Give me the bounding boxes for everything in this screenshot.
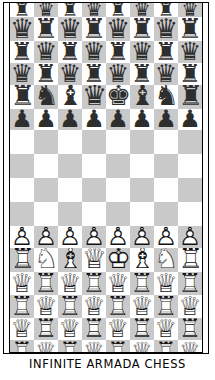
board-square [130,202,154,226]
board-square [58,178,82,202]
black-queen-piece: ♛ [82,85,106,109]
black-rook-piece: ♜ [178,17,202,41]
white-queen-piece: ♛♕ [34,295,58,318]
black-rook-piece: ♜ [58,41,82,63]
board-square: ♜ [10,85,34,109]
board-square: ♟ [82,109,106,130]
board-rank [10,202,202,226]
black-pawn-piece: ♟ [82,109,106,130]
board-square [106,154,130,178]
board-square: ♛♕ [82,340,106,352]
board-square [178,154,202,178]
board-square: ♜ [58,3,82,17]
board-square: ♜ [130,17,154,41]
board-square: ♛♕ [34,295,58,318]
white-rook-piece: ♜♖ [10,340,34,352]
board-square [58,154,82,178]
board-square: ♜♖ [10,295,34,318]
board-square [10,154,34,178]
board-square [154,154,178,178]
black-knight-piece: ♞ [154,85,178,109]
white-rook-piece: ♜♖ [178,318,202,340]
board-square: ♛♕ [178,295,202,318]
board-rank [10,178,202,202]
white-rook-piece: ♜♖ [130,318,154,340]
board-rank: ♜♛♜♛♜♛♜♛ [10,3,202,17]
board-square: ♛♕ [82,295,106,318]
board-square: ♟ [154,109,178,130]
board-square [178,178,202,202]
board-square: ♝♗ [58,248,82,272]
board-square [130,154,154,178]
board-square: ♜♖ [130,318,154,340]
board-square: ♟♙ [130,226,154,248]
black-rook-piece: ♜ [106,3,130,17]
board-square [178,130,202,154]
board-square: ♜ [178,85,202,109]
black-rook-piece: ♜ [178,85,202,109]
board-square [154,202,178,226]
white-queen-piece: ♛♕ [154,272,178,295]
black-rook-piece: ♜ [58,3,82,17]
white-rook-piece: ♜♖ [34,318,58,340]
board-square: ♝♗ [130,248,154,272]
white-rook-piece: ♜♖ [82,318,106,340]
white-rook-piece: ♜♖ [58,340,82,352]
black-pawn-piece: ♟ [154,109,178,130]
board-square [34,154,58,178]
white-pawn-piece: ♟♙ [82,226,106,248]
white-queen-piece: ♛♕ [34,340,58,352]
black-queen-piece: ♛ [154,63,178,85]
board-rank: ♜♖♛♕♜♖♛♕♜♖♛♕♜♖♛♕ [10,295,202,318]
white-pawn-piece: ♟♙ [106,226,130,248]
board-rank: ♛♕♜♖♛♕♜♖♛♕♜♖♛♕♜♖ [10,318,202,340]
white-pawn-piece: ♟♙ [34,226,58,248]
board-square: ♛♕ [106,272,130,295]
board-square: ♛ [130,3,154,17]
board-square [82,202,106,226]
white-queen-piece: ♛♕ [130,295,154,318]
board-square: ♜ [106,3,130,17]
black-rook-piece: ♜ [10,85,34,109]
board-square: ♟♙ [154,226,178,248]
board-square: ♟ [58,109,82,130]
board-square [34,202,58,226]
white-queen-piece: ♛♕ [82,295,106,318]
board-square: ♛ [58,63,82,85]
black-rook-piece: ♜ [10,41,34,63]
board-square: ♛♕ [154,272,178,295]
board-square [106,130,130,154]
black-rook-piece: ♜ [82,17,106,41]
board-square: ♛ [82,85,106,109]
black-queen-piece: ♛ [130,3,154,17]
board-square: ♜ [130,63,154,85]
board-square: ♛ [154,17,178,41]
black-queen-piece: ♛ [10,63,34,85]
white-queen-piece: ♛♕ [130,340,154,352]
board-square: ♟ [10,109,34,130]
white-knight-piece: ♞♘ [154,248,178,272]
white-rook-piece: ♜♖ [106,340,130,352]
board-square: ♛♕ [82,248,106,272]
board-square: ♝ [58,85,82,109]
board-square [106,178,130,202]
board-rank: ♛♜♛♜♛♜♛♜ [10,63,202,85]
white-pawn-piece: ♟♙ [154,226,178,248]
board-square: ♟♙ [82,226,106,248]
board-square: ♜ [58,41,82,63]
board-square: ♛ [178,3,202,17]
board-square: ♛♕ [58,272,82,295]
board-square: ♜♖ [58,340,82,352]
board-square: ♛♕ [130,295,154,318]
board-square: ♛ [58,17,82,41]
comic-panel: ♜♛♜♛♜♛♜♛♛♜♛♜♛♜♛♜♜♛♜♛♜♛♜♛♛♜♛♜♛♜♛♜♜♞♝♛♚♝♞♜… [3,2,209,354]
board-square [154,130,178,154]
board-square [34,130,58,154]
board-rank: ♟♙♟♙♟♙♟♙♟♙♟♙♟♙♟♙ [10,226,202,248]
board-square: ♜♖ [106,340,130,352]
board-rank: ♟♟♟♟♟♟♟♟ [10,109,202,130]
black-queen-piece: ♛ [178,41,202,63]
board-square: ♛♕ [10,272,34,295]
board-square: ♜♖ [130,272,154,295]
board-square: ♜♖ [82,318,106,340]
board-square: ♜ [34,17,58,41]
board-rank: ♛♜♛♜♛♜♛♜ [10,17,202,41]
board-square: ♜ [10,3,34,17]
board-square: ♛♕ [106,318,130,340]
board-square: ♜♖ [178,318,202,340]
board-square [10,202,34,226]
board-square: ♜♖ [154,340,178,352]
black-rook-piece: ♜ [130,17,154,41]
board-square [58,130,82,154]
board-square: ♜ [82,17,106,41]
white-king-piece: ♚♔ [106,248,130,272]
board-rank: ♜♞♝♛♚♝♞♜ [10,85,202,109]
board-square: ♟♙ [58,226,82,248]
board-rank [10,130,202,154]
black-pawn-piece: ♟ [130,109,154,130]
board-square: ♛ [82,3,106,17]
board-square: ♟ [34,109,58,130]
comic-caption: INFINITE ARMADA CHESS [0,357,215,379]
board-square: ♟ [178,109,202,130]
board-square: ♛ [82,41,106,63]
board-square: ♜♖ [34,318,58,340]
board-square: ♜♖ [34,272,58,295]
white-bishop-piece: ♝♗ [130,248,154,272]
white-rook-piece: ♜♖ [178,248,202,272]
board-square: ♚ [106,85,130,109]
board-square [82,154,106,178]
black-rook-piece: ♜ [106,41,130,63]
board-square: ♛ [178,41,202,63]
board-square: ♞♘ [34,248,58,272]
board-square: ♜♖ [10,340,34,352]
board-rank: ♜♖♛♕♜♖♛♕♜♖♛♕♜♖♛♕ [10,340,202,352]
black-queen-piece: ♛ [130,41,154,63]
board-square: ♛♕ [178,340,202,352]
black-queen-piece: ♛ [58,17,82,41]
black-knight-piece: ♞ [34,85,58,109]
white-rook-piece: ♜♖ [34,272,58,295]
black-queen-piece: ♛ [34,3,58,17]
board-square: ♞ [34,85,58,109]
board-square: ♛ [10,63,34,85]
board-square: ♛ [106,17,130,41]
board-square [10,130,34,154]
board-square: ♛♕ [154,318,178,340]
board-square: ♞♘ [154,248,178,272]
board-square: ♜ [10,41,34,63]
board-square: ♛♕ [34,340,58,352]
board-square: ♜♖ [178,272,202,295]
board-square: ♟♙ [10,226,34,248]
board-square [106,202,130,226]
board-square: ♜ [82,63,106,85]
white-pawn-piece: ♟♙ [58,226,82,248]
board-square: ♜♖ [10,248,34,272]
board-square: ♜ [178,63,202,85]
board-square: ♟♙ [178,226,202,248]
chess-board: ♜♛♜♛♜♛♜♛♛♜♛♜♛♜♛♜♜♛♜♛♜♛♜♛♛♜♛♜♛♜♛♜♜♞♝♛♚♝♞♜… [9,3,203,354]
black-queen-piece: ♛ [10,17,34,41]
black-rook-piece: ♜ [34,17,58,41]
board-rank: ♜♛♜♛♜♛♜♛ [10,41,202,63]
board-square: ♜ [154,3,178,17]
white-pawn-piece: ♟♙ [10,226,34,248]
white-pawn-piece: ♟♙ [130,226,154,248]
black-queen-piece: ♛ [154,17,178,41]
board-square: ♛ [154,63,178,85]
white-queen-piece: ♛♕ [106,272,130,295]
white-rook-piece: ♜♖ [82,272,106,295]
black-queen-piece: ♛ [34,41,58,63]
white-bishop-piece: ♝♗ [58,248,82,272]
board-square [130,130,154,154]
white-rook-piece: ♜♖ [106,295,130,318]
white-rook-piece: ♜♖ [130,272,154,295]
board-square: ♟♙ [34,226,58,248]
white-queen-piece: ♛♕ [58,318,82,340]
black-queen-piece: ♛ [82,41,106,63]
black-pawn-piece: ♟ [106,109,130,130]
white-queen-piece: ♛♕ [82,340,106,352]
black-pawn-piece: ♟ [58,109,82,130]
board-square: ♛♕ [58,318,82,340]
board-square: ♜ [178,17,202,41]
board-square: ♜♖ [82,272,106,295]
board-square: ♛♕ [10,318,34,340]
black-rook-piece: ♜ [154,3,178,17]
board-square [82,178,106,202]
board-square [154,178,178,202]
board-square [178,202,202,226]
black-queen-piece: ♛ [178,3,202,17]
board-square: ♝ [130,85,154,109]
board-square: ♜ [154,41,178,63]
board-square: ♟ [106,109,130,130]
black-queen-piece: ♛ [106,17,130,41]
white-queen-piece: ♛♕ [82,248,106,272]
black-rook-piece: ♜ [178,63,202,85]
black-rook-piece: ♜ [130,63,154,85]
black-queen-piece: ♛ [82,3,106,17]
white-queen-piece: ♛♕ [10,318,34,340]
white-queen-piece: ♛♕ [178,295,202,318]
board-square: ♜♖ [58,295,82,318]
white-queen-piece: ♛♕ [106,318,130,340]
black-bishop-piece: ♝ [58,85,82,109]
black-king-piece: ♚ [106,85,130,109]
board-square: ♛♕ [130,340,154,352]
board-square [130,178,154,202]
white-rook-piece: ♜♖ [154,340,178,352]
board-square [82,130,106,154]
white-rook-piece: ♜♖ [58,295,82,318]
white-rook-piece: ♜♖ [154,295,178,318]
board-square: ♞ [154,85,178,109]
white-pawn-piece: ♟♙ [178,226,202,248]
black-pawn-piece: ♟ [178,109,202,130]
board-rank [10,154,202,178]
comic: ♜♛♜♛♜♛♜♛♛♜♛♜♛♜♛♜♜♛♜♛♜♛♜♛♛♜♛♜♛♜♛♜♜♞♝♛♚♝♞♜… [0,0,215,380]
board-rank: ♜♖♞♘♝♗♛♕♚♔♝♗♞♘♜♖ [10,248,202,272]
white-queen-piece: ♛♕ [58,272,82,295]
board-square: ♛ [34,3,58,17]
board-square: ♜ [34,63,58,85]
white-queen-piece: ♛♕ [178,340,202,352]
black-rook-piece: ♜ [34,63,58,85]
board-square: ♟♙ [106,226,130,248]
board-square: ♟ [130,109,154,130]
board-square: ♜♖ [106,295,130,318]
board-square [10,178,34,202]
white-queen-piece: ♛♕ [154,318,178,340]
white-rook-piece: ♜♖ [178,272,202,295]
board-square: ♜♖ [154,295,178,318]
white-rook-piece: ♜♖ [10,295,34,318]
board-square: ♜ [106,41,130,63]
board-square: ♛ [34,41,58,63]
board-square: ♛ [130,41,154,63]
black-rook-piece: ♜ [10,3,34,17]
black-rook-piece: ♜ [82,63,106,85]
board-square: ♜♖ [178,248,202,272]
black-bishop-piece: ♝ [130,85,154,109]
black-queen-piece: ♛ [58,63,82,85]
black-rook-piece: ♜ [154,41,178,63]
white-queen-piece: ♛♕ [10,272,34,295]
board-square: ♛ [10,17,34,41]
board-square [58,202,82,226]
black-pawn-piece: ♟ [34,109,58,130]
white-knight-piece: ♞♘ [34,248,58,272]
black-queen-piece: ♛ [106,63,130,85]
white-rook-piece: ♜♖ [10,248,34,272]
board-rank: ♛♕♜♖♛♕♜♖♛♕♜♖♛♕♜♖ [10,272,202,295]
board-square: ♚♔ [106,248,130,272]
board-square: ♛ [106,63,130,85]
board-square [34,178,58,202]
black-pawn-piece: ♟ [10,109,34,130]
